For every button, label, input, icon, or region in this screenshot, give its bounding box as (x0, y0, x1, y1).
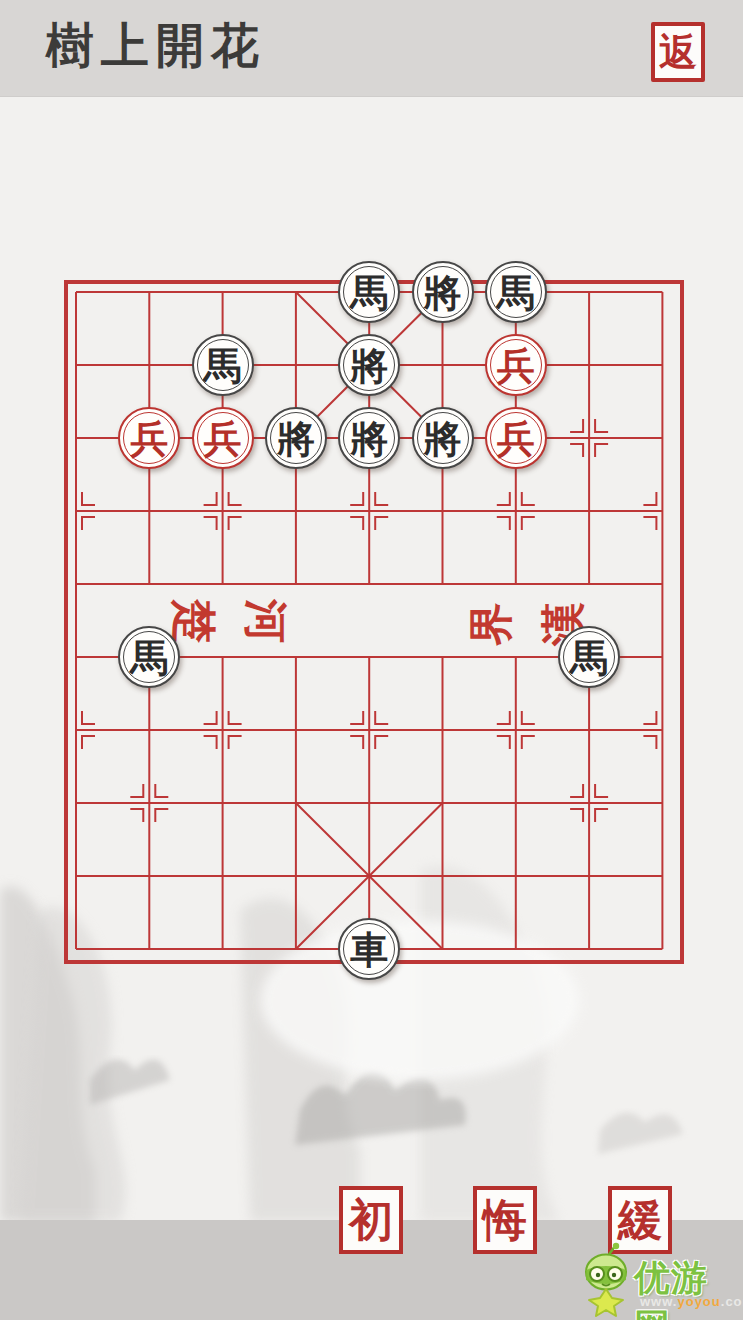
undo-button[interactable]: 悔 (473, 1186, 537, 1254)
piece-red-soldier[interactable]: 兵 (485, 334, 547, 396)
piece-black-general[interactable]: 將 (412, 407, 474, 469)
piece-black-horse[interactable]: 馬 (485, 261, 547, 323)
river-label-he: 河 (236, 599, 295, 643)
mascot-icon (578, 1242, 636, 1318)
piece-red-soldier[interactable]: 兵 (118, 407, 180, 469)
piece-glyph: 兵 (130, 420, 168, 458)
piece-black-horse[interactable]: 馬 (118, 626, 180, 688)
site-watermark: 优游网 www.yoyou.com (578, 1242, 743, 1320)
watermark-url: www.yoyou.com (640, 1294, 743, 1309)
piece-glyph: 馬 (130, 639, 168, 677)
piece-glyph: 馬 (570, 639, 608, 677)
piece-glyph: 車 (350, 931, 388, 969)
piece-black-horse[interactable]: 馬 (192, 334, 254, 396)
river-label-jie: 界 (462, 602, 521, 646)
piece-red-soldier[interactable]: 兵 (192, 407, 254, 469)
piece-glyph: 將 (350, 347, 388, 385)
restart-button[interactable]: 初 (339, 1186, 403, 1254)
piece-glyph: 馬 (204, 347, 242, 385)
page-title: 樹上開花 (46, 14, 266, 78)
piece-glyph: 馬 (497, 274, 535, 312)
piece-glyph: 將 (424, 274, 462, 312)
piece-glyph: 將 (350, 420, 388, 458)
piece-black-general[interactable]: 將 (412, 261, 474, 323)
piece-black-general[interactable]: 將 (265, 407, 327, 469)
header: 樹上開花 返 (0, 0, 743, 97)
piece-black-horse[interactable]: 馬 (338, 261, 400, 323)
piece-black-general[interactable]: 將 (338, 334, 400, 396)
piece-glyph: 兵 (497, 420, 535, 458)
piece-glyph: 兵 (497, 347, 535, 385)
piece-glyph: 兵 (204, 420, 242, 458)
piece-black-horse[interactable]: 馬 (558, 626, 620, 688)
piece-glyph: 將 (277, 420, 315, 458)
app-screen: 樹上開花 返 楚 河 界 漢 馬將馬馬將兵兵兵將將將兵馬馬車 初 悔 緩 (0, 0, 743, 1320)
piece-red-soldier[interactable]: 兵 (485, 407, 547, 469)
back-button[interactable]: 返 (651, 22, 705, 82)
piece-glyph: 將 (424, 420, 462, 458)
piece-black-chariot[interactable]: 車 (338, 918, 400, 980)
xiangqi-board[interactable]: 楚 河 界 漢 馬將馬馬將兵兵兵將將將兵馬馬車 (64, 280, 684, 964)
watermark-site-name: 优游网 (634, 1254, 743, 1320)
piece-black-general[interactable]: 將 (338, 407, 400, 469)
piece-glyph: 馬 (350, 274, 388, 312)
